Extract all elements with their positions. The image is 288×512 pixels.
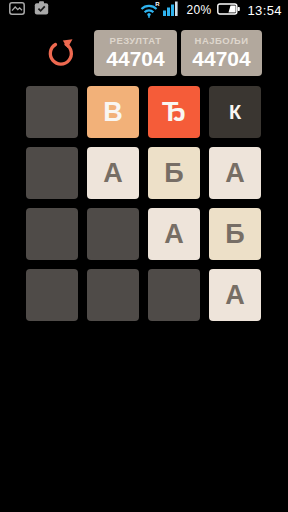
signal-strength-icon [163, 1, 180, 20]
tile-empty-r1c1 [26, 86, 78, 138]
restart-circular-arrow-icon [50, 44, 71, 64]
tile-А-r2c2: А [87, 147, 139, 199]
wifi-roaming-badge: R [155, 1, 159, 7]
clock-text: 13:54 [247, 3, 282, 18]
status-bar-notifications [9, 1, 49, 19]
tile-empty-r2c1 [26, 147, 78, 199]
clipboard-check-icon [34, 1, 49, 19]
battery-icon [217, 1, 240, 19]
tile-empty-r3c1 [26, 208, 78, 260]
tile-А-r2c4: А [209, 147, 261, 199]
tile-empty-r4c1 [26, 269, 78, 321]
tile-К-r1c4: К [209, 86, 261, 138]
score-value: 44704 [94, 47, 177, 71]
restart-button[interactable] [45, 37, 77, 69]
tile-Б-r2c3: Б [148, 147, 200, 199]
tile-А-r4c4: А [209, 269, 261, 321]
tile-А-r3c3: А [148, 208, 200, 260]
status-bar[interactable]: R 20% 13:54 [0, 0, 288, 20]
app-screen: R 20% 13:54 [0, 0, 288, 512]
tile-Ђ-r1c3: Ђ [148, 86, 200, 138]
status-bar-indicators: R 20% 13:54 [140, 1, 282, 20]
best-score-value: 44704 [181, 47, 262, 71]
tile-empty-r4c3 [148, 269, 200, 321]
tile-Б-r3c4: Б [209, 208, 261, 260]
score-label: РЕЗУЛТАТ [94, 36, 177, 46]
best-score-box: НАЈБОЉИ 44704 [181, 30, 262, 76]
score-box: РЕЗУЛТАТ 44704 [94, 30, 177, 76]
screenshot-icon [9, 1, 25, 19]
board[interactable]: ВЂКАБААБА [26, 86, 261, 321]
best-score-label: НАЈБОЉИ [181, 36, 262, 46]
tile-empty-r3c2 [87, 208, 139, 260]
tile-empty-r4c2 [87, 269, 139, 321]
tile-В-r1c2: В [87, 86, 139, 138]
wifi-icon: R [140, 3, 159, 18]
battery-percent-text: 20% [187, 3, 212, 17]
